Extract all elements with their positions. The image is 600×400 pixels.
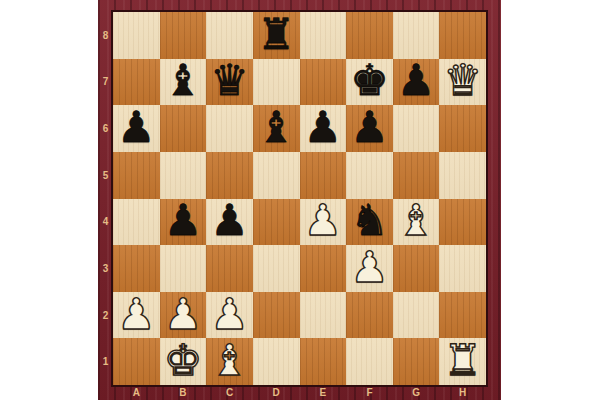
square-b2[interactable]: ♟ — [160, 292, 207, 339]
rank-label-1: 1 — [98, 338, 113, 385]
square-b8[interactable] — [160, 12, 207, 59]
square-f7[interactable]: ♚ — [346, 59, 393, 106]
square-g3[interactable] — [393, 245, 440, 292]
black-pawn-f6[interactable]: ♟ — [350, 106, 389, 149]
square-f6[interactable]: ♟ — [346, 105, 393, 152]
square-h3[interactable] — [439, 245, 486, 292]
file-label-d: D — [253, 385, 300, 400]
white-pawn-f3[interactable]: ♟ — [350, 246, 389, 289]
black-knight-f4[interactable]: ♞ — [350, 199, 389, 242]
white-pawn-b2[interactable]: ♟ — [164, 293, 203, 336]
square-d6[interactable]: ♝ — [253, 105, 300, 152]
square-c6[interactable] — [206, 105, 253, 152]
square-d5[interactable] — [253, 152, 300, 199]
white-pawn-c2[interactable]: ♟ — [210, 293, 249, 336]
chess-board: ♜♝♛♚♟♛♟♝♟♟♟♟♟♞♝♟♟♟♟♚♝♜ — [113, 12, 486, 385]
square-b1[interactable]: ♚ — [160, 338, 207, 385]
file-label-b: B — [160, 385, 207, 400]
white-rook-h1[interactable]: ♜ — [443, 339, 482, 382]
square-e7[interactable] — [300, 59, 347, 106]
square-a3[interactable] — [113, 245, 160, 292]
square-c8[interactable] — [206, 12, 253, 59]
file-labels: ABCDEFGH — [113, 385, 486, 400]
file-label-g: G — [393, 385, 440, 400]
square-d2[interactable] — [253, 292, 300, 339]
square-g2[interactable] — [393, 292, 440, 339]
square-f3[interactable]: ♟ — [346, 245, 393, 292]
square-g4[interactable]: ♝ — [393, 199, 440, 246]
rank-label-4: 4 — [98, 199, 113, 246]
square-d7[interactable] — [253, 59, 300, 106]
square-e2[interactable] — [300, 292, 347, 339]
black-bishop-d6[interactable]: ♝ — [257, 106, 296, 149]
square-a6[interactable]: ♟ — [113, 105, 160, 152]
white-king-b1[interactable]: ♚ — [164, 339, 203, 382]
square-g1[interactable] — [393, 338, 440, 385]
square-e1[interactable] — [300, 338, 347, 385]
square-b6[interactable] — [160, 105, 207, 152]
square-b4[interactable]: ♟ — [160, 199, 207, 246]
chess-board-frame: 87654321 ABCDEFGH ♜♝♛♚♟♛♟♝♟♟♟♟♟♞♝♟♟♟♟♚♝♜ — [98, 0, 501, 400]
file-label-f: F — [346, 385, 393, 400]
square-d4[interactable] — [253, 199, 300, 246]
square-h1[interactable]: ♜ — [439, 338, 486, 385]
square-g6[interactable] — [393, 105, 440, 152]
file-label-h: H — [439, 385, 486, 400]
black-bishop-b7[interactable]: ♝ — [164, 59, 203, 102]
square-d8[interactable]: ♜ — [253, 12, 300, 59]
square-a4[interactable] — [113, 199, 160, 246]
white-bishop-c1[interactable]: ♝ — [210, 339, 249, 382]
black-king-f7[interactable]: ♚ — [350, 59, 389, 102]
square-h8[interactable] — [439, 12, 486, 59]
square-h6[interactable] — [439, 105, 486, 152]
square-e8[interactable] — [300, 12, 347, 59]
square-c1[interactable]: ♝ — [206, 338, 253, 385]
square-g5[interactable] — [393, 152, 440, 199]
rank-label-6: 6 — [98, 105, 113, 152]
black-pawn-c4[interactable]: ♟ — [210, 199, 249, 242]
file-label-a: A — [113, 385, 160, 400]
black-queen-c7[interactable]: ♛ — [210, 59, 249, 102]
square-c4[interactable]: ♟ — [206, 199, 253, 246]
square-a1[interactable] — [113, 338, 160, 385]
square-h5[interactable] — [439, 152, 486, 199]
black-pawn-g7[interactable]: ♟ — [397, 59, 436, 102]
square-c7[interactable]: ♛ — [206, 59, 253, 106]
rank-label-5: 5 — [98, 152, 113, 199]
square-c3[interactable] — [206, 245, 253, 292]
square-c2[interactable]: ♟ — [206, 292, 253, 339]
white-queen-h7[interactable]: ♛ — [443, 59, 482, 102]
square-a5[interactable] — [113, 152, 160, 199]
square-f4[interactable]: ♞ — [346, 199, 393, 246]
square-d1[interactable] — [253, 338, 300, 385]
square-h4[interactable] — [439, 199, 486, 246]
rank-label-8: 8 — [98, 12, 113, 59]
square-f2[interactable] — [346, 292, 393, 339]
page-background: 87654321 ABCDEFGH ♜♝♛♚♟♛♟♝♟♟♟♟♟♞♝♟♟♟♟♚♝♜ — [0, 0, 600, 400]
black-rook-d8[interactable]: ♜ — [257, 13, 296, 56]
square-e5[interactable] — [300, 152, 347, 199]
square-b7[interactable]: ♝ — [160, 59, 207, 106]
square-e4[interactable]: ♟ — [300, 199, 347, 246]
square-a8[interactable] — [113, 12, 160, 59]
white-pawn-a2[interactable]: ♟ — [117, 293, 156, 336]
rank-label-3: 3 — [98, 245, 113, 292]
square-a7[interactable] — [113, 59, 160, 106]
black-pawn-e6[interactable]: ♟ — [304, 106, 343, 149]
square-d3[interactable] — [253, 245, 300, 292]
rank-label-2: 2 — [98, 292, 113, 339]
square-f8[interactable] — [346, 12, 393, 59]
black-pawn-a6[interactable]: ♟ — [117, 106, 156, 149]
white-bishop-g4[interactable]: ♝ — [397, 199, 436, 242]
square-f5[interactable] — [346, 152, 393, 199]
square-h2[interactable] — [439, 292, 486, 339]
rank-labels: 87654321 — [98, 12, 113, 385]
rank-label-7: 7 — [98, 59, 113, 106]
square-b3[interactable] — [160, 245, 207, 292]
square-h7[interactable]: ♛ — [439, 59, 486, 106]
square-a2[interactable]: ♟ — [113, 292, 160, 339]
file-label-c: C — [206, 385, 253, 400]
white-pawn-e4[interactable]: ♟ — [304, 199, 343, 242]
square-f1[interactable] — [346, 338, 393, 385]
square-g8[interactable] — [393, 12, 440, 59]
square-c5[interactable] — [206, 152, 253, 199]
square-e6[interactable]: ♟ — [300, 105, 347, 152]
square-e3[interactable] — [300, 245, 347, 292]
file-label-e: E — [300, 385, 347, 400]
square-g7[interactable]: ♟ — [393, 59, 440, 106]
square-b5[interactable] — [160, 152, 207, 199]
black-pawn-b4[interactable]: ♟ — [164, 199, 203, 242]
